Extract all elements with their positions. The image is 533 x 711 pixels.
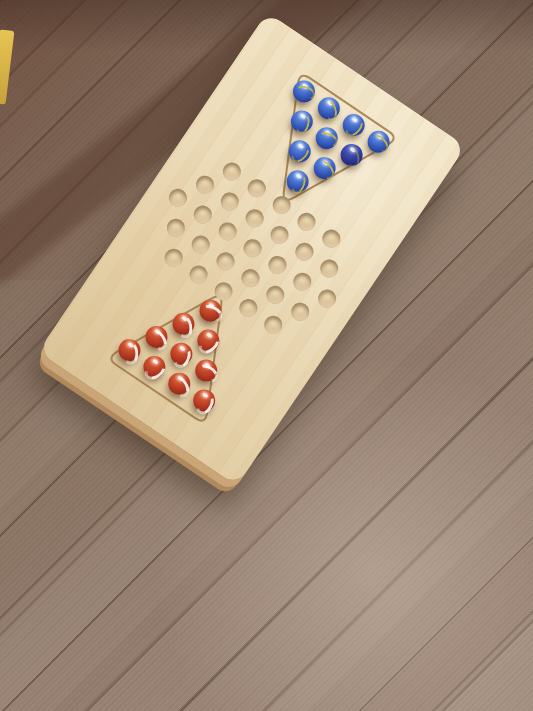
photo-scene	[0, 0, 533, 711]
game-board	[38, 12, 466, 486]
yellow-object-edge	[0, 29, 14, 104]
